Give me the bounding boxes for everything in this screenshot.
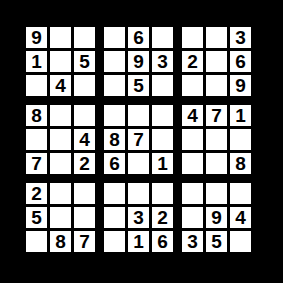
cell-r3c6[interactable] — [152, 75, 173, 96]
block-2-3: 4718 — [182, 105, 251, 174]
cell-r9c9[interactable] — [230, 231, 251, 252]
cell-r9c2[interactable]: 8 — [50, 231, 71, 252]
cell-r8c1[interactable]: 5 — [26, 207, 47, 228]
cell-r5c5[interactable]: 7 — [128, 129, 149, 150]
cell-r7c1[interactable]: 2 — [26, 183, 47, 204]
cell-r7c5[interactable] — [128, 183, 149, 204]
cell-r7c7[interactable] — [182, 183, 203, 204]
cell-r3c7[interactable] — [182, 75, 203, 96]
cell-r2c3[interactable]: 5 — [74, 51, 95, 72]
cell-r4c5[interactable] — [128, 105, 149, 126]
cell-r9c6[interactable]: 6 — [152, 231, 173, 252]
block-3-3: 9435 — [182, 183, 251, 252]
cell-r2c8[interactable] — [206, 51, 227, 72]
cell-r6c9[interactable]: 8 — [230, 153, 251, 174]
cell-r8c9[interactable]: 4 — [230, 207, 251, 228]
cell-r1c6[interactable] — [152, 27, 173, 48]
cell-r2c4[interactable] — [104, 51, 125, 72]
cell-r3c4[interactable] — [104, 75, 125, 96]
sudoku-board: 915469353269847287614718258732169435 — [26, 27, 251, 252]
cell-r8c3[interactable] — [74, 207, 95, 228]
cell-r4c2[interactable] — [50, 105, 71, 126]
cell-r3c1[interactable] — [26, 75, 47, 96]
cell-r7c9[interactable] — [230, 183, 251, 204]
cell-r4c7[interactable]: 4 — [182, 105, 203, 126]
cell-r2c1[interactable]: 1 — [26, 51, 47, 72]
cell-r7c3[interactable] — [74, 183, 95, 204]
cell-r6c5[interactable] — [128, 153, 149, 174]
cell-r3c9[interactable]: 9 — [230, 75, 251, 96]
cell-r6c8[interactable] — [206, 153, 227, 174]
cell-r5c1[interactable] — [26, 129, 47, 150]
cell-r2c5[interactable]: 9 — [128, 51, 149, 72]
cell-r9c4[interactable] — [104, 231, 125, 252]
block-3-1: 2587 — [26, 183, 95, 252]
cell-r5c8[interactable] — [206, 129, 227, 150]
cell-r1c7[interactable] — [182, 27, 203, 48]
cell-r6c6[interactable]: 1 — [152, 153, 173, 174]
cell-r2c9[interactable]: 6 — [230, 51, 251, 72]
cell-r8c5[interactable]: 3 — [128, 207, 149, 228]
cell-r2c7[interactable]: 2 — [182, 51, 203, 72]
block-1-2: 6935 — [104, 27, 173, 96]
cell-r8c4[interactable] — [104, 207, 125, 228]
cell-r4c4[interactable] — [104, 105, 125, 126]
block-2-2: 8761 — [104, 105, 173, 174]
cell-r5c2[interactable] — [50, 129, 71, 150]
block-1-3: 3269 — [182, 27, 251, 96]
cell-r1c1[interactable]: 9 — [26, 27, 47, 48]
cell-r1c5[interactable]: 6 — [128, 27, 149, 48]
cell-r3c8[interactable] — [206, 75, 227, 96]
cell-r9c5[interactable]: 1 — [128, 231, 149, 252]
cell-r4c3[interactable] — [74, 105, 95, 126]
cell-r8c8[interactable]: 9 — [206, 207, 227, 228]
cell-r7c6[interactable] — [152, 183, 173, 204]
cell-r6c2[interactable] — [50, 153, 71, 174]
cell-r6c3[interactable]: 2 — [74, 153, 95, 174]
cell-r9c8[interactable]: 5 — [206, 231, 227, 252]
cell-r5c6[interactable] — [152, 129, 173, 150]
cell-r1c3[interactable] — [74, 27, 95, 48]
cell-r6c1[interactable]: 7 — [26, 153, 47, 174]
cell-r7c4[interactable] — [104, 183, 125, 204]
cell-r9c3[interactable]: 7 — [74, 231, 95, 252]
cell-r9c1[interactable] — [26, 231, 47, 252]
cell-r6c7[interactable] — [182, 153, 203, 174]
block-3-2: 3216 — [104, 183, 173, 252]
cell-r2c6[interactable]: 3 — [152, 51, 173, 72]
cell-r1c4[interactable] — [104, 27, 125, 48]
cell-r9c7[interactable]: 3 — [182, 231, 203, 252]
cell-r4c6[interactable] — [152, 105, 173, 126]
block-1-1: 9154 — [26, 27, 95, 96]
cell-r8c6[interactable]: 2 — [152, 207, 173, 228]
cell-r5c3[interactable]: 4 — [74, 129, 95, 150]
cell-r2c2[interactable] — [50, 51, 71, 72]
cell-r1c9[interactable]: 3 — [230, 27, 251, 48]
cell-r1c8[interactable] — [206, 27, 227, 48]
cell-r1c2[interactable] — [50, 27, 71, 48]
cell-r5c4[interactable]: 8 — [104, 129, 125, 150]
cell-r3c5[interactable]: 5 — [128, 75, 149, 96]
cell-r7c2[interactable] — [50, 183, 71, 204]
cell-r3c2[interactable]: 4 — [50, 75, 71, 96]
cell-r3c3[interactable] — [74, 75, 95, 96]
cell-r8c7[interactable] — [182, 207, 203, 228]
cell-r4c1[interactable]: 8 — [26, 105, 47, 126]
cell-r7c8[interactable] — [206, 183, 227, 204]
cell-r6c4[interactable]: 6 — [104, 153, 125, 174]
cell-r8c2[interactable] — [50, 207, 71, 228]
cell-r4c9[interactable]: 1 — [230, 105, 251, 126]
cell-r5c9[interactable] — [230, 129, 251, 150]
cell-r4c8[interactable]: 7 — [206, 105, 227, 126]
cell-r5c7[interactable] — [182, 129, 203, 150]
block-2-1: 8472 — [26, 105, 95, 174]
